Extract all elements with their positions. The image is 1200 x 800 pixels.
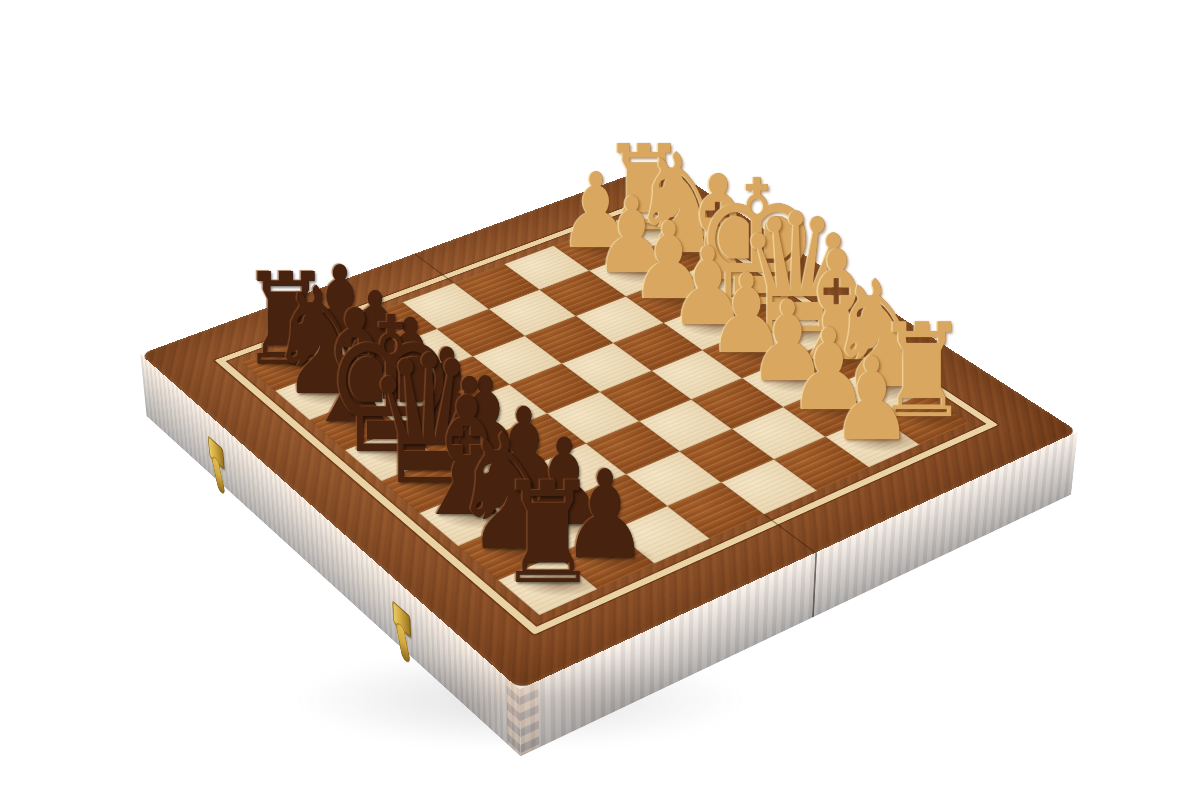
scene: ♜♟♞♟♝♟♚♟♛♟♟♝♜♟♟♞♞♟♟♜♝♟♟♚♟♛♟♝♟♞♟♜	[0, 0, 1200, 800]
brass-clasp-icon[interactable]	[204, 430, 233, 510]
piece-white-pawn-a2[interactable]: ♟	[831, 342, 913, 457]
hinge-seam	[812, 552, 817, 618]
brass-clasp-icon[interactable]	[387, 594, 418, 680]
piece-black-rook-a8[interactable]: ♜	[497, 464, 598, 604]
